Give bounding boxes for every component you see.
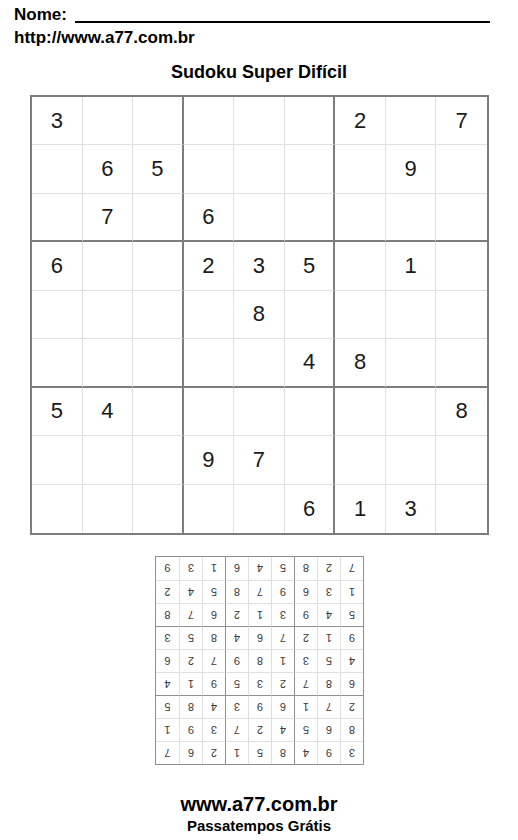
solution-cell-r8c6: 8 [225, 580, 248, 603]
solution-cell-r8c9: 2 [156, 580, 179, 603]
puzzle-cell-r7c5[interactable] [234, 388, 285, 436]
puzzle-cell-r4c1: 6 [32, 242, 83, 290]
solution-cell-r5c5: 8 [248, 649, 271, 672]
solution-cell-r5c4: 1 [271, 649, 294, 672]
puzzle-cell-r6c8[interactable] [386, 339, 437, 387]
footer-site-text: www.a77.com.br [0, 793, 518, 816]
solution-cell-r5c6: 9 [225, 649, 248, 672]
solution-cell-r4c3: 7 [294, 672, 317, 695]
solution-cell-r2c9: 1 [156, 718, 179, 741]
puzzle-cell-r4c3[interactable] [133, 242, 184, 290]
puzzle-cell-r1c9: 7 [436, 97, 487, 145]
name-label: Nome: [14, 5, 67, 25]
puzzle-cell-r5c9[interactable] [436, 291, 487, 339]
puzzle-cell-r1c6[interactable] [285, 97, 336, 145]
solution-cell-r4c9: 4 [156, 672, 179, 695]
puzzle-cell-r7c1: 5 [32, 388, 83, 436]
puzzle-cell-r6c3[interactable] [133, 339, 184, 387]
site-url-text: http://www.a77.com.br [14, 28, 195, 48]
solution-cell-r6c4: 7 [271, 626, 294, 649]
solution-cell-r1c8: 6 [179, 741, 202, 764]
puzzle-cell-r9c6: 6 [285, 485, 336, 533]
puzzle-cell-r7c8[interactable] [386, 388, 437, 436]
solution-cell-r7c9: 8 [156, 603, 179, 626]
solution-cell-r6c1: 9 [340, 626, 363, 649]
puzzle-cell-r7c3[interactable] [133, 388, 184, 436]
solution-cell-r8c7: 5 [202, 580, 225, 603]
puzzle-cell-r5c7[interactable] [335, 291, 386, 339]
puzzle-cell-r7c4[interactable] [184, 388, 235, 436]
solution-cell-r2c3: 5 [294, 718, 317, 741]
footer-tagline-text: Passatempos Grátis [0, 817, 518, 834]
solution-cell-r3c3: 1 [294, 695, 317, 718]
solution-cell-r1c3: 4 [294, 741, 317, 764]
solution-cell-r8c4: 9 [271, 580, 294, 603]
puzzle-cell-r3c1[interactable] [32, 194, 83, 242]
puzzle-cell-r6c4[interactable] [184, 339, 235, 387]
solution-cell-r9c2: 2 [317, 557, 340, 580]
solution-cell-r8c1: 1 [340, 580, 363, 603]
solution-cell-r7c5: 1 [248, 603, 271, 626]
solution-cell-r9c8: 3 [179, 557, 202, 580]
solution-cell-r2c1: 8 [340, 718, 363, 741]
puzzle-cell-r2c8: 9 [386, 145, 437, 193]
solution-cell-r7c7: 6 [202, 603, 225, 626]
solution-cell-r3c4: 6 [271, 695, 294, 718]
solution-cell-r5c7: 7 [202, 649, 225, 672]
puzzle-cell-r3c3[interactable] [133, 194, 184, 242]
puzzle-cell-r7c9: 8 [436, 388, 487, 436]
solution-cell-r3c2: 7 [317, 695, 340, 718]
puzzle-cell-r2c1[interactable] [32, 145, 83, 193]
solution-cell-r3c9: 5 [156, 695, 179, 718]
puzzle-cell-r8c2[interactable] [83, 436, 134, 484]
puzzle-cell-r2c7[interactable] [335, 145, 386, 193]
puzzle-cell-r1c7: 2 [335, 97, 386, 145]
solution-cell-r9c3: 8 [294, 557, 317, 580]
puzzle-cell-r5c5: 8 [234, 291, 285, 339]
puzzle-cell-r2c6[interactable] [285, 145, 336, 193]
solution-cell-r5c2: 5 [317, 649, 340, 672]
puzzle-cell-r3c2: 7 [83, 194, 134, 242]
puzzle-cell-r8c3[interactable] [133, 436, 184, 484]
puzzle-cell-r8c5: 7 [234, 436, 285, 484]
puzzle-cell-r4c2[interactable] [83, 242, 134, 290]
puzzle-cell-r6c2[interactable] [83, 339, 134, 387]
puzzle-cell-r7c6[interactable] [285, 388, 336, 436]
puzzle-cell-r1c1: 3 [32, 97, 83, 145]
puzzle-cell-r6c7: 8 [335, 339, 386, 387]
solution-cell-r7c4: 3 [271, 603, 294, 626]
name-blank-line[interactable] [75, 9, 490, 23]
puzzle-cell-r3c4: 6 [184, 194, 235, 242]
solution-cell-r9c7: 1 [202, 557, 225, 580]
name-row: Nome: [14, 5, 490, 25]
puzzle-cell-r8c8[interactable] [386, 436, 437, 484]
puzzle-cell-r8c4: 9 [184, 436, 235, 484]
solution-cell-r5c3: 3 [294, 649, 317, 672]
puzzle-cell-r2c4[interactable] [184, 145, 235, 193]
solution-cell-r3c6: 3 [225, 695, 248, 718]
puzzle-cell-r6c1[interactable] [32, 339, 83, 387]
solution-cell-r2c4: 4 [271, 718, 294, 741]
solution-cell-r3c5: 9 [248, 695, 271, 718]
puzzle-cell-r5c6[interactable] [285, 291, 336, 339]
solution-cell-r2c7: 3 [202, 718, 225, 741]
puzzle-cell-r5c4[interactable] [184, 291, 235, 339]
solution-cell-r4c5: 3 [248, 672, 271, 695]
puzzle-cell-r4c9[interactable] [436, 242, 487, 290]
solution-cell-r6c3: 2 [294, 626, 317, 649]
solution-cell-r3c1: 2 [340, 695, 363, 718]
solution-cell-r9c5: 4 [248, 557, 271, 580]
solution-cell-r2c6: 7 [225, 718, 248, 741]
puzzle-cell-r8c6[interactable] [285, 436, 336, 484]
solution-cell-r7c1: 5 [340, 603, 363, 626]
solution-cell-r9c4: 5 [271, 557, 294, 580]
puzzle-cell-r4c7[interactable] [335, 242, 386, 290]
puzzle-cell-r2c3: 5 [133, 145, 184, 193]
solution-cell-r5c1: 4 [340, 649, 363, 672]
puzzle-cell-r8c9[interactable] [436, 436, 487, 484]
solution-cell-r8c8: 4 [179, 580, 202, 603]
puzzle-cell-r6c6: 4 [285, 339, 336, 387]
solution-cell-r5c9: 6 [156, 649, 179, 672]
puzzle-cell-r5c1[interactable] [32, 291, 83, 339]
puzzle-cell-r3c7[interactable] [335, 194, 386, 242]
puzzle-cell-r5c8[interactable] [386, 291, 437, 339]
solution-grid: 3948512678654273912716934856872359144531… [155, 556, 364, 765]
puzzle-cell-r5c2[interactable] [83, 291, 134, 339]
solution-cell-r1c5: 5 [248, 741, 271, 764]
solution-cell-r4c2: 8 [317, 672, 340, 695]
solution-cell-r8c2: 3 [317, 580, 340, 603]
solution-cell-r2c8: 9 [179, 718, 202, 741]
solution-cell-r1c1: 3 [340, 741, 363, 764]
solution-cell-r6c7: 8 [202, 626, 225, 649]
solution-cell-r6c8: 5 [179, 626, 202, 649]
solution-cell-r7c8: 7 [179, 603, 202, 626]
puzzle-cell-r1c3[interactable] [133, 97, 184, 145]
puzzle-cell-r1c2[interactable] [83, 97, 134, 145]
puzzle-cell-r4c8: 1 [386, 242, 437, 290]
puzzle-cell-r9c8: 3 [386, 485, 437, 533]
puzzle-cell-r7c2: 4 [83, 388, 134, 436]
solution-cell-r4c6: 5 [225, 672, 248, 695]
puzzle-cell-r8c1[interactable] [32, 436, 83, 484]
page: Nome: http://www.a77.com.br Sudoku Super… [0, 0, 518, 840]
page-title: Sudoku Super Difícil [0, 62, 518, 83]
puzzle-cell-r1c5[interactable] [234, 97, 285, 145]
puzzle-cell-r9c5[interactable] [234, 485, 285, 533]
solution-cell-r6c9: 3 [156, 626, 179, 649]
puzzle-cell-r3c5[interactable] [234, 194, 285, 242]
puzzle-cell-r1c4[interactable] [184, 97, 235, 145]
puzzle-cell-r4c4: 2 [184, 242, 235, 290]
puzzle-cell-r6c5[interactable] [234, 339, 285, 387]
puzzle-cell-r9c9[interactable] [436, 485, 487, 533]
puzzle-cell-r9c1[interactable] [32, 485, 83, 533]
solution-cell-r1c7: 2 [202, 741, 225, 764]
puzzle-cell-r3c9[interactable] [436, 194, 487, 242]
puzzle-cell-r9c7: 1 [335, 485, 386, 533]
puzzle-cell-r6c9[interactable] [436, 339, 487, 387]
solution-cell-r7c3: 9 [294, 603, 317, 626]
puzzle-cell-r5c3[interactable] [133, 291, 184, 339]
solution-cell-r8c3: 6 [294, 580, 317, 603]
solution-cell-r4c7: 9 [202, 672, 225, 695]
puzzle-cell-r1c8[interactable] [386, 97, 437, 145]
puzzle-cell-r3c8[interactable] [386, 194, 437, 242]
solution-cell-r1c4: 8 [271, 741, 294, 764]
puzzle-cell-r2c2: 6 [83, 145, 134, 193]
solution-cell-r2c2: 6 [317, 718, 340, 741]
solution-cell-r1c6: 1 [225, 741, 248, 764]
puzzle-grid: 327659766235184854897613 [30, 95, 489, 535]
puzzle-cell-r4c5: 3 [234, 242, 285, 290]
puzzle-cell-r4c6: 5 [285, 242, 336, 290]
puzzle-cell-r9c4[interactable] [184, 485, 235, 533]
solution-cell-r9c6: 6 [225, 557, 248, 580]
puzzle-cell-r7c7[interactable] [335, 388, 386, 436]
solution-cell-r3c8: 8 [179, 695, 202, 718]
solution-cell-r9c9: 9 [156, 557, 179, 580]
puzzle-cell-r3c6[interactable] [285, 194, 336, 242]
solution-cell-r1c9: 7 [156, 741, 179, 764]
solution-cell-r3c7: 4 [202, 695, 225, 718]
solution-cell-r8c5: 7 [248, 580, 271, 603]
solution-cell-r1c2: 9 [317, 741, 340, 764]
puzzle-cell-r2c5[interactable] [234, 145, 285, 193]
solution-cell-r6c2: 1 [317, 626, 340, 649]
puzzle-cell-r8c7[interactable] [335, 436, 386, 484]
puzzle-cell-r9c3[interactable] [133, 485, 184, 533]
solution-cell-r6c6: 4 [225, 626, 248, 649]
solution-cell-r4c1: 6 [340, 672, 363, 695]
puzzle-cell-r2c9[interactable] [436, 145, 487, 193]
solution-cell-r7c2: 4 [317, 603, 340, 626]
solution-cell-r2c5: 2 [248, 718, 271, 741]
puzzle-cell-r9c2[interactable] [83, 485, 134, 533]
solution-cell-r5c8: 2 [179, 649, 202, 672]
solution-cell-r9c1: 7 [340, 557, 363, 580]
solution-cell-r6c5: 6 [248, 626, 271, 649]
solution-cell-r7c6: 2 [225, 603, 248, 626]
solution-cell-r4c8: 1 [179, 672, 202, 695]
solution-cell-r4c4: 2 [271, 672, 294, 695]
